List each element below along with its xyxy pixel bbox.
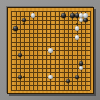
intersection[interactable] xyxy=(70,13,74,17)
black-stone xyxy=(18,75,22,79)
intersection[interactable] xyxy=(61,13,65,17)
black-stone xyxy=(61,13,65,17)
star-point xyxy=(23,50,25,52)
black-stone xyxy=(70,13,74,17)
star-point xyxy=(23,76,25,78)
star-point xyxy=(23,23,25,25)
white-stone xyxy=(31,13,35,17)
intersection[interactable] xyxy=(75,35,79,39)
black-stone xyxy=(13,26,17,30)
intersection[interactable] xyxy=(13,26,17,30)
star-point xyxy=(50,23,52,25)
black-stone xyxy=(83,18,87,22)
go-board xyxy=(7,7,94,94)
intersection[interactable] xyxy=(75,75,79,79)
white-stone xyxy=(48,48,52,52)
intersection[interactable] xyxy=(48,75,52,79)
white-stone xyxy=(48,75,52,79)
intersection[interactable] xyxy=(48,48,52,52)
intersection[interactable] xyxy=(18,75,22,79)
white-stone xyxy=(75,26,79,30)
intersection[interactable] xyxy=(83,18,87,22)
star-point xyxy=(76,23,78,25)
board-grid xyxy=(9,9,92,92)
intersection[interactable] xyxy=(75,26,79,30)
white-stone xyxy=(75,35,79,39)
app-window xyxy=(0,0,100,100)
intersection[interactable] xyxy=(88,88,92,92)
black-stone xyxy=(75,75,79,79)
intersection[interactable] xyxy=(31,13,35,17)
star-point xyxy=(76,50,78,52)
